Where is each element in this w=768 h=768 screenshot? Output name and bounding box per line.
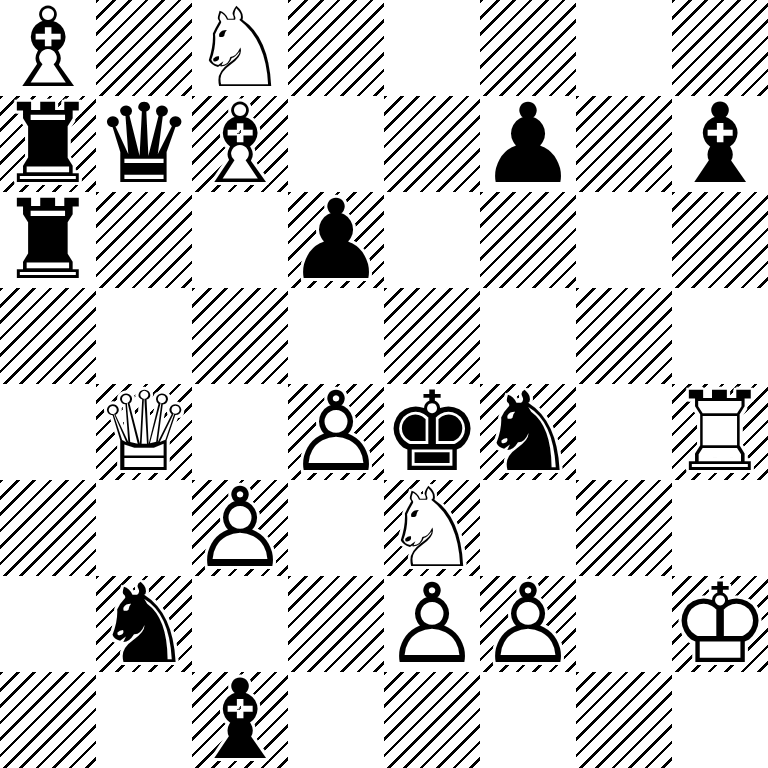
piece-black-pawn[interactable]: ♟: [288, 192, 384, 288]
piece-white-pawn[interactable]: ♟♙: [480, 576, 576, 672]
square-c4[interactable]: [192, 384, 288, 480]
square-g8[interactable]: [576, 0, 672, 96]
square-a4[interactable]: [0, 384, 96, 480]
piece-glyph-fill: ♜: [0, 96, 96, 192]
piece-glyph-outline: ♙: [480, 576, 576, 672]
square-f3[interactable]: [480, 480, 576, 576]
piece-white-knight[interactable]: ♞♘: [192, 0, 288, 96]
square-c5[interactable]: [192, 288, 288, 384]
piece-glyph-fill: ♟: [384, 576, 480, 672]
square-b2[interactable]: ♞: [96, 576, 192, 672]
square-b6[interactable]: [96, 192, 192, 288]
piece-glyph-fill: ♝: [192, 672, 288, 768]
square-a3[interactable]: [0, 480, 96, 576]
square-a2[interactable]: [0, 576, 96, 672]
square-g2[interactable]: [576, 576, 672, 672]
square-d4[interactable]: ♟♙: [288, 384, 384, 480]
piece-white-pawn[interactable]: ♟♙: [384, 576, 480, 672]
square-b3[interactable]: [96, 480, 192, 576]
square-c2[interactable]: [192, 576, 288, 672]
square-g7[interactable]: [576, 96, 672, 192]
piece-glyph-fill: ♝: [0, 0, 96, 96]
square-b8[interactable]: [96, 0, 192, 96]
piece-white-king[interactable]: ♚♔: [672, 576, 768, 672]
square-d2[interactable]: [288, 576, 384, 672]
square-a7[interactable]: ♜: [0, 96, 96, 192]
piece-glyph-fill: ♝: [192, 96, 288, 192]
square-f2[interactable]: ♟♙: [480, 576, 576, 672]
square-h6[interactable]: [672, 192, 768, 288]
piece-glyph-outline: ♙: [192, 480, 288, 576]
square-h8[interactable]: [672, 0, 768, 96]
square-b4[interactable]: ♛♕: [96, 384, 192, 480]
square-d3[interactable]: [288, 480, 384, 576]
chess-board: ♝♗♞♘♜♛♝♗♟♝♜♟♛♕♟♙♚♞♜♖♟♙♞♘♞♟♙♟♙♚♔♝: [0, 0, 768, 768]
piece-glyph-fill: ♞: [480, 384, 576, 480]
piece-glyph-outline: ♘: [192, 0, 288, 96]
piece-white-bishop[interactable]: ♝♗: [0, 0, 96, 96]
square-g3[interactable]: [576, 480, 672, 576]
square-h7[interactable]: ♝: [672, 96, 768, 192]
square-d1[interactable]: [288, 672, 384, 768]
piece-black-knight[interactable]: ♞: [96, 576, 192, 672]
square-a8[interactable]: ♝♗: [0, 0, 96, 96]
square-c3[interactable]: ♟♙: [192, 480, 288, 576]
square-h1[interactable]: [672, 672, 768, 768]
chess-diagram: ♝♗♞♘♜♛♝♗♟♝♜♟♛♕♟♙♚♞♜♖♟♙♞♘♞♟♙♟♙♚♔♝: [0, 0, 768, 768]
piece-glyph-fill: ♜: [672, 384, 768, 480]
piece-glyph-fill: ♞: [96, 576, 192, 672]
square-f5[interactable]: [480, 288, 576, 384]
square-c7[interactable]: ♝♗: [192, 96, 288, 192]
piece-glyph-outline: ♖: [672, 384, 768, 480]
square-g4[interactable]: [576, 384, 672, 480]
piece-glyph-outline: ♙: [384, 576, 480, 672]
piece-glyph-fill: ♟: [480, 96, 576, 192]
piece-black-rook[interactable]: ♜: [0, 96, 96, 192]
piece-glyph-outline: ♗: [192, 96, 288, 192]
square-g5[interactable]: [576, 288, 672, 384]
square-g6[interactable]: [576, 192, 672, 288]
square-a5[interactable]: [0, 288, 96, 384]
square-e6[interactable]: [384, 192, 480, 288]
piece-white-knight[interactable]: ♞♘: [384, 480, 480, 576]
square-b1[interactable]: [96, 672, 192, 768]
square-d6[interactable]: ♟: [288, 192, 384, 288]
piece-glyph-outline: ♔: [672, 576, 768, 672]
piece-glyph-fill: ♚: [672, 576, 768, 672]
square-e7[interactable]: [384, 96, 480, 192]
piece-glyph-fill: ♟: [288, 192, 384, 288]
piece-white-bishop[interactable]: ♝♗: [192, 96, 288, 192]
piece-glyph-fill: ♚: [384, 384, 480, 480]
piece-glyph-fill: ♞: [192, 0, 288, 96]
piece-glyph-outline: ♕: [96, 384, 192, 480]
piece-glyph-fill: ♟: [192, 480, 288, 576]
piece-white-rook[interactable]: ♜♖: [672, 384, 768, 480]
square-c1[interactable]: ♝: [192, 672, 288, 768]
piece-glyph-outline: ♗: [0, 0, 96, 96]
square-d8[interactable]: [288, 0, 384, 96]
square-b7[interactable]: ♛: [96, 96, 192, 192]
piece-black-king[interactable]: ♚: [384, 384, 480, 480]
square-d7[interactable]: [288, 96, 384, 192]
square-g1[interactable]: [576, 672, 672, 768]
piece-glyph-fill: ♟: [288, 384, 384, 480]
square-e3[interactable]: ♞♘: [384, 480, 480, 576]
square-e8[interactable]: [384, 0, 480, 96]
piece-black-pawn[interactable]: ♟: [480, 96, 576, 192]
square-h2[interactable]: ♚♔: [672, 576, 768, 672]
square-e1[interactable]: [384, 672, 480, 768]
square-c6[interactable]: [192, 192, 288, 288]
piece-glyph-fill: ♝: [672, 96, 768, 192]
piece-black-bishop[interactable]: ♝: [192, 672, 288, 768]
piece-white-queen[interactable]: ♛♕: [96, 384, 192, 480]
piece-black-knight[interactable]: ♞: [480, 384, 576, 480]
piece-glyph-fill: ♞: [384, 480, 480, 576]
square-a6[interactable]: ♜: [0, 192, 96, 288]
piece-black-rook[interactable]: ♜: [0, 192, 96, 288]
square-f7[interactable]: ♟: [480, 96, 576, 192]
piece-glyph-outline: ♘: [384, 480, 480, 576]
square-f4[interactable]: ♞: [480, 384, 576, 480]
square-h5[interactable]: [672, 288, 768, 384]
square-f8[interactable]: [480, 0, 576, 96]
square-d5[interactable]: [288, 288, 384, 384]
square-c8[interactable]: ♞♘: [192, 0, 288, 96]
piece-glyph-outline: ♙: [288, 384, 384, 480]
square-f1[interactable]: [480, 672, 576, 768]
square-a1[interactable]: [0, 672, 96, 768]
piece-black-queen[interactable]: ♛: [96, 96, 192, 192]
square-b5[interactable]: [96, 288, 192, 384]
piece-glyph-fill: ♟: [480, 576, 576, 672]
piece-white-pawn[interactable]: ♟♙: [288, 384, 384, 480]
piece-black-bishop[interactable]: ♝: [672, 96, 768, 192]
square-e2[interactable]: ♟♙: [384, 576, 480, 672]
square-e5[interactable]: [384, 288, 480, 384]
square-h3[interactable]: [672, 480, 768, 576]
square-e4[interactable]: ♚: [384, 384, 480, 480]
square-h4[interactable]: ♜♖: [672, 384, 768, 480]
piece-white-pawn[interactable]: ♟♙: [192, 480, 288, 576]
square-f6[interactable]: [480, 192, 576, 288]
piece-glyph-fill: ♛: [96, 384, 192, 480]
piece-glyph-fill: ♛: [96, 96, 192, 192]
piece-glyph-fill: ♜: [0, 192, 96, 288]
